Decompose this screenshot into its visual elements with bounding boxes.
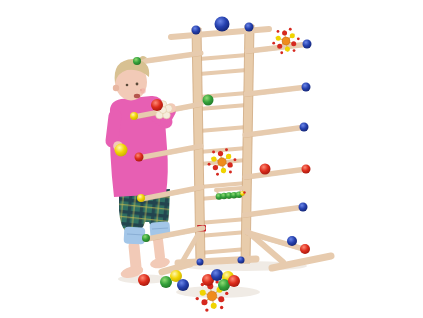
product-photo (0, 0, 423, 318)
ramp-end-cap-red (300, 244, 310, 254)
floor-ball-green (160, 276, 172, 288)
spinner-tip (277, 30, 280, 33)
spinner-tip (212, 150, 215, 153)
tower-rung (199, 148, 247, 152)
spinner-petal (227, 162, 232, 167)
spinner-tip (205, 308, 208, 311)
ramp-right (246, 87, 305, 94)
ramp-left (137, 53, 201, 62)
spinner-center (218, 158, 226, 166)
toddler-cheek-blush (140, 88, 146, 94)
spinner-tip (233, 158, 236, 161)
tower-rung (199, 105, 247, 109)
base-knob-blue (197, 259, 204, 266)
ramp-end-cap-blue (300, 123, 309, 132)
ramp-end-cap-red (302, 165, 311, 174)
spinner-tip (216, 173, 219, 176)
spinner-tip (272, 42, 275, 45)
spinner-tip (196, 297, 199, 300)
spinner-petal (201, 299, 207, 305)
toddler-ear (113, 85, 119, 91)
spinner-tip (225, 148, 228, 151)
ramp-end-cap-red (135, 153, 144, 162)
left-post-cap-blue (192, 26, 201, 35)
spinner-center (282, 37, 290, 45)
spinner-tip (220, 306, 223, 309)
caterpillar-roller (216, 188, 246, 200)
floor-ball-red (138, 274, 150, 286)
spinner-petal (218, 296, 224, 302)
spinner-petal (285, 47, 290, 52)
ramp-end-cap-green (133, 57, 141, 65)
base-knob-blue (238, 257, 245, 264)
tower-rung (199, 127, 247, 131)
track-ball-red (260, 164, 271, 175)
track-ball-green (203, 95, 214, 106)
tower-rung (199, 232, 247, 236)
ramp-end-cap-green (142, 234, 150, 242)
held-ball-red (151, 99, 163, 111)
toddler-mouth (134, 94, 140, 98)
spinner-petal (211, 303, 217, 309)
ramp-behind-head (137, 53, 201, 64)
ramp-end-cap-yellow (130, 112, 138, 120)
spinner-petal (221, 168, 226, 173)
spinner-petal (282, 30, 287, 35)
caterpillar-nose (243, 191, 245, 193)
right-post-cap-blue (245, 23, 254, 32)
toddler-left-cuff (124, 226, 146, 244)
tower-rung (199, 249, 247, 253)
ramp-right (247, 44, 307, 51)
scene-svg (0, 0, 423, 318)
spinner-petal (200, 290, 206, 296)
tower-rung (199, 70, 247, 74)
toddler-left-eye (126, 84, 129, 87)
caterpillar-handle (216, 188, 242, 190)
spinner-petal (276, 36, 281, 41)
spinner-petal (218, 151, 223, 156)
tower-rung (199, 55, 247, 59)
floor-ball-blue (211, 269, 223, 281)
tower-rung (199, 219, 247, 223)
spinner-tip (297, 37, 300, 40)
toddler-right-eye (136, 83, 139, 86)
track-ball-blue (287, 236, 297, 246)
spinner-center (207, 291, 217, 301)
spinner-tip (225, 292, 228, 295)
spinner-tip (293, 49, 296, 52)
spinner-petal (211, 156, 216, 161)
ramp-end-cap-blue (299, 203, 308, 212)
tower-right-post (241, 25, 254, 263)
floor-ball-red (228, 275, 240, 287)
ramp-end-cap-yellow (137, 194, 145, 202)
toddler-right-leg (158, 240, 160, 257)
ramp-end-cap-blue (303, 40, 312, 49)
spinner-tip (289, 28, 292, 31)
spinner-tip (208, 163, 211, 166)
spinner-petal (291, 41, 296, 46)
held-ball-yellow (115, 144, 128, 157)
spinner-petal (290, 33, 295, 38)
top-finial-ball-blue (215, 17, 230, 32)
spinner-tip (229, 171, 232, 174)
toddler (110, 56, 171, 280)
spinner-petal (213, 165, 218, 170)
toddler-left-sleeve (112, 116, 115, 141)
spinner-petal (226, 154, 231, 159)
ramp-end-cap-blue (302, 83, 311, 92)
spinner-petal (277, 44, 282, 49)
floor-ball-blue (177, 279, 189, 291)
spinner-tip (280, 51, 283, 54)
toddler-left-leg (134, 246, 136, 267)
